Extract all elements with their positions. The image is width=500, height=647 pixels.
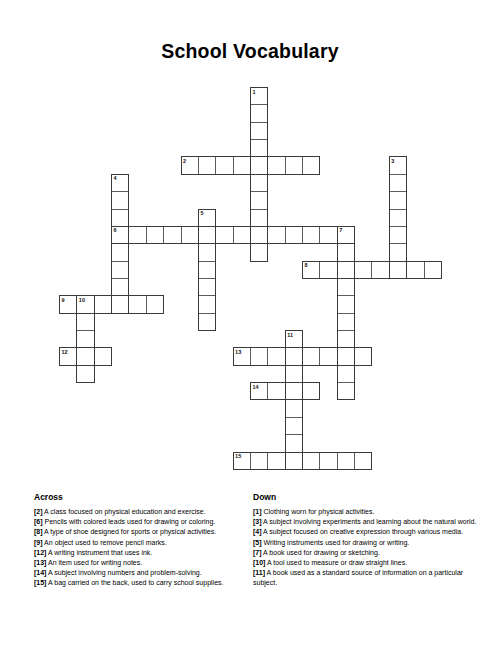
clue-number: 14 [252, 384, 258, 390]
grid-cell[interactable] [389, 226, 407, 244]
clue-item-down-10: [10] A tool used to measure or draw stra… [253, 558, 481, 568]
grid-cell[interactable] [319, 261, 337, 279]
clue-item-down-3: [3] A subject involving experiments and … [253, 517, 481, 527]
grid-cell[interactable] [267, 226, 285, 244]
grid-cell[interactable] [389, 174, 407, 192]
grid-cell[interactable] [163, 226, 181, 244]
grid-cell[interactable]: 8 [302, 261, 320, 279]
clue-item-number: [9] [34, 539, 43, 546]
grid-cell[interactable] [302, 156, 320, 174]
grid-cell[interactable] [250, 243, 268, 261]
clue-number: 1 [252, 89, 255, 95]
grid-cell[interactable]: 12 [59, 347, 77, 365]
clue-item-down-4: [4] A subject focused on creative expres… [253, 527, 481, 537]
puzzle-title: School Vocabulary [0, 40, 500, 63]
grid-cell[interactable]: 10 [76, 295, 94, 313]
clue-item-across-6: [6] Pencils with colored leads used for … [34, 517, 252, 527]
grid-cell[interactable] [215, 156, 233, 174]
grid-cell[interactable] [76, 365, 94, 383]
grid-cell[interactable]: 11 [285, 330, 303, 348]
grid-cell[interactable] [250, 156, 268, 174]
grid-cell[interactable]: 15 [233, 452, 251, 470]
down-clue-list: [1] Clothing worn for physical activitie… [253, 507, 481, 589]
grid-cell[interactable] [250, 122, 268, 140]
grid-cell[interactable] [198, 243, 216, 261]
clue-number: 8 [305, 262, 308, 268]
grid-cell[interactable] [198, 295, 216, 313]
grid-cell[interactable] [302, 452, 320, 470]
grid-cell[interactable] [215, 226, 233, 244]
clue-item-across-9: [9] An object used to remove pencil mark… [34, 538, 252, 548]
grid-cell[interactable] [76, 313, 94, 331]
grid-cell[interactable] [111, 278, 129, 296]
grid-cell[interactable]: 5 [198, 209, 216, 227]
grid-cell[interactable] [267, 382, 285, 400]
clue-item-number: [2] [34, 508, 43, 515]
grid-cell[interactable]: 9 [59, 295, 77, 313]
grid-cell[interactable] [146, 295, 164, 313]
clue-item-down-11: [11] A book used as a standard source of… [253, 568, 481, 588]
grid-cell[interactable] [285, 399, 303, 417]
grid-cell[interactable] [285, 365, 303, 383]
grid-cell[interactable] [250, 452, 268, 470]
clue-item-down-1: [1] Clothing worn for physical activitie… [253, 507, 481, 517]
grid-cell[interactable] [337, 295, 355, 313]
clue-item-number: [5] [253, 539, 262, 546]
grid-cell[interactable] [128, 226, 146, 244]
grid-cell[interactable] [354, 261, 372, 279]
grid-cell[interactable] [302, 226, 320, 244]
clue-item-number: [4] [253, 528, 262, 535]
grid-cell[interactable] [267, 156, 285, 174]
grid-cell[interactable] [128, 295, 146, 313]
grid-cell[interactable] [198, 313, 216, 331]
clue-number: 2 [183, 158, 186, 164]
grid-cell[interactable] [198, 226, 216, 244]
grid-cell[interactable]: 13 [233, 347, 251, 365]
across-header: Across [34, 492, 252, 502]
grid-cell[interactable] [181, 226, 199, 244]
clue-number: 3 [391, 158, 394, 164]
clue-number: 11 [287, 332, 293, 338]
grid-cell[interactable] [111, 261, 129, 279]
grid-cell[interactable] [337, 382, 355, 400]
grid-cell[interactable] [233, 226, 251, 244]
clue-number: 15 [235, 453, 241, 459]
across-clue-list: [2] A class focused on physical educatio… [34, 507, 252, 589]
grid-cell[interactable] [285, 347, 303, 365]
grid-cell[interactable] [250, 174, 268, 192]
grid-cell[interactable] [337, 261, 355, 279]
grid-cell[interactable] [250, 191, 268, 209]
clue-item-number: [14] [34, 569, 46, 576]
grid-cell[interactable] [319, 452, 337, 470]
clue-item-number: [10] [253, 559, 265, 566]
grid-cell[interactable] [250, 104, 268, 122]
grid-cell[interactable] [267, 452, 285, 470]
clue-number: 6 [114, 227, 117, 233]
clue-item-number: [13] [34, 559, 46, 566]
grid-cell[interactable] [285, 452, 303, 470]
down-header: Down [253, 492, 481, 502]
clue-item-number: [8] [34, 528, 43, 535]
grid-cell[interactable]: 1 [250, 87, 268, 105]
grid-cell[interactable] [285, 382, 303, 400]
clue-item-down-7: [7] A book used for drawing or sketching… [253, 548, 481, 558]
clue-item-number: [11] [253, 569, 265, 576]
grid-cell[interactable] [94, 347, 112, 365]
grid-cell[interactable] [111, 295, 129, 313]
clue-item-number: [12] [34, 549, 46, 556]
clue-item-across-15: [15] A bag carried on the back, used to … [34, 578, 252, 588]
grid-cell[interactable] [319, 347, 337, 365]
clue-number: 4 [114, 175, 117, 181]
grid-cell[interactable] [146, 226, 164, 244]
grid-cell[interactable] [354, 452, 372, 470]
grid-cell[interactable] [250, 209, 268, 227]
clue-item-down-5: [5] Writing instruments used for drawing… [253, 538, 481, 548]
grid-cell[interactable] [337, 330, 355, 348]
clue-number: 12 [62, 349, 68, 355]
grid-cell[interactable] [337, 313, 355, 331]
clue-number: 7 [339, 227, 342, 233]
grid-cell[interactable] [389, 191, 407, 209]
grid-cell[interactable]: 14 [250, 382, 268, 400]
clue-number: 5 [200, 210, 203, 216]
down-clues-section: Down [1] Clothing worn for physical acti… [253, 492, 481, 589]
grid-cell[interactable] [285, 417, 303, 435]
clue-item-across-2: [2] A class focused on physical educatio… [34, 507, 252, 517]
grid-cell[interactable]: 2 [181, 156, 199, 174]
grid-cell[interactable] [250, 226, 268, 244]
grid-cell[interactable] [76, 330, 94, 348]
grid-cell[interactable] [389, 209, 407, 227]
clue-item-across-13: [13] An item used for writing notes. [34, 558, 252, 568]
grid-cell[interactable] [337, 278, 355, 296]
grid-cell[interactable] [424, 261, 442, 279]
grid-cell[interactable] [389, 243, 407, 261]
grid-cell[interactable] [371, 261, 389, 279]
grid-cell[interactable] [302, 382, 320, 400]
clue-item-number: [3] [253, 518, 262, 525]
grid-cell[interactable] [250, 347, 268, 365]
grid-cell[interactable]: 3 [389, 156, 407, 174]
grid-cell[interactable] [198, 156, 216, 174]
grid-cell[interactable] [406, 261, 424, 279]
grid-cell[interactable] [94, 295, 112, 313]
crossword-board: 123456789101112131415 [59, 87, 442, 470]
grid-cell[interactable] [302, 347, 320, 365]
grid-cell[interactable] [111, 191, 129, 209]
clue-item-number: [6] [34, 518, 43, 525]
grid-cell[interactable] [111, 209, 129, 227]
grid-cell[interactable] [233, 156, 251, 174]
clue-item-number: [15] [34, 579, 46, 586]
grid-cell[interactable] [389, 261, 407, 279]
grid-cell[interactable] [285, 226, 303, 244]
grid-cell[interactable] [337, 243, 355, 261]
grid-cell[interactable] [76, 347, 94, 365]
grid-cell[interactable] [198, 278, 216, 296]
across-clues-section: Across [2] A class focused on physical e… [34, 492, 252, 589]
clue-item-across-12: [12] A writing instrument that uses ink. [34, 548, 252, 558]
grid-cell[interactable] [198, 261, 216, 279]
grid-cell[interactable]: 6 [111, 226, 129, 244]
clue-number: 10 [79, 297, 85, 303]
clue-item-across-14: [14] A subject involving numbers and pro… [34, 568, 252, 578]
grid-cell[interactable] [250, 139, 268, 157]
grid-cell[interactable] [319, 226, 337, 244]
clue-number: 9 [62, 297, 65, 303]
clue-item-number: [7] [253, 549, 262, 556]
grid-cell[interactable] [285, 434, 303, 452]
grid-cell[interactable] [354, 347, 372, 365]
clue-item-across-8: [8] A type of shoe designed for sports o… [34, 527, 252, 537]
grid-cell[interactable]: 4 [111, 174, 129, 192]
clue-item-number: [1] [253, 508, 262, 515]
grid-cell[interactable] [267, 347, 285, 365]
grid-cell[interactable]: 7 [337, 226, 355, 244]
grid-cell[interactable] [337, 452, 355, 470]
grid-cell[interactable] [111, 243, 129, 261]
grid-cell[interactable] [285, 156, 303, 174]
clue-number: 13 [235, 349, 241, 355]
grid-cell[interactable] [337, 347, 355, 365]
grid-cell[interactable] [337, 365, 355, 383]
